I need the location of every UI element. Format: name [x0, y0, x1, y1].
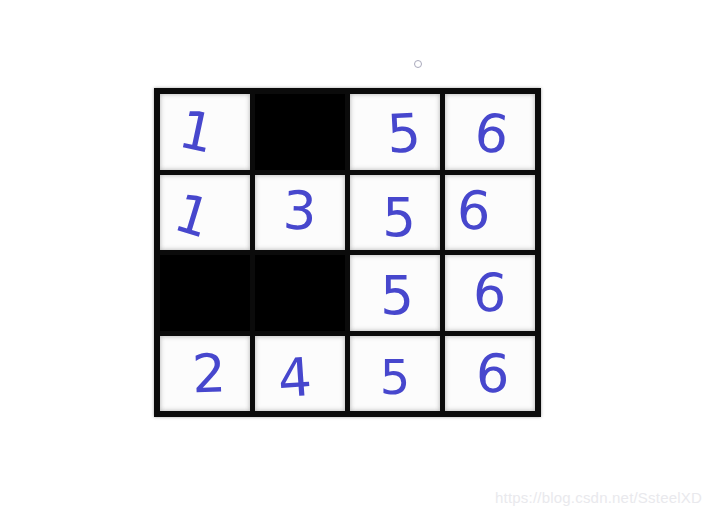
grid-cell-r0c3: 6 [445, 94, 535, 170]
grid-cell-r2c2: 5 [350, 255, 440, 331]
cell-digit: 5 [380, 353, 411, 401]
cell-digit: 5 [380, 269, 414, 322]
blocked-cell-r2c0 [160, 255, 250, 331]
cell-digit: 4 [276, 350, 313, 405]
grid-cell-r1c0: 1 [160, 175, 250, 251]
page-canvas: 1561356562456 https://blog.csdn.net/Sste… [0, 0, 710, 518]
grid-cell-r1c3: 6 [445, 175, 535, 251]
cell-digit: 5 [386, 106, 422, 161]
cell-digit: 1 [175, 102, 219, 161]
grid-cell-r0c0: 1 [160, 94, 250, 170]
grid-cell-r2c3: 6 [445, 255, 535, 331]
grid-cell-r1c1: 3 [255, 175, 345, 251]
cell-digit: 6 [472, 105, 512, 162]
cell-digit: 1 [169, 185, 217, 246]
puzzle-grid: 1561356562456 [154, 88, 541, 417]
blocked-cell-r0c1 [255, 94, 345, 170]
grid-cell-r0c2: 5 [350, 94, 440, 170]
cell-digit: 6 [455, 183, 492, 238]
grid-cell-r3c2: 5 [350, 336, 440, 412]
grid-cell-r3c1: 4 [255, 336, 345, 412]
cell-digit: 6 [475, 346, 511, 401]
watermark-link: https://blog.csdn.net/SsteelXD [495, 489, 702, 506]
stray-cursor-dot [414, 60, 422, 68]
blocked-cell-r2c1 [255, 255, 345, 331]
cell-digit: 2 [191, 346, 227, 400]
cell-digit: 5 [382, 191, 416, 244]
grid-cell-r3c0: 2 [160, 336, 250, 412]
cell-digit: 6 [471, 265, 509, 321]
grid-cell-r1c2: 5 [350, 175, 440, 251]
grid-cell-r3c3: 6 [445, 336, 535, 412]
cell-digit: 3 [282, 183, 318, 237]
